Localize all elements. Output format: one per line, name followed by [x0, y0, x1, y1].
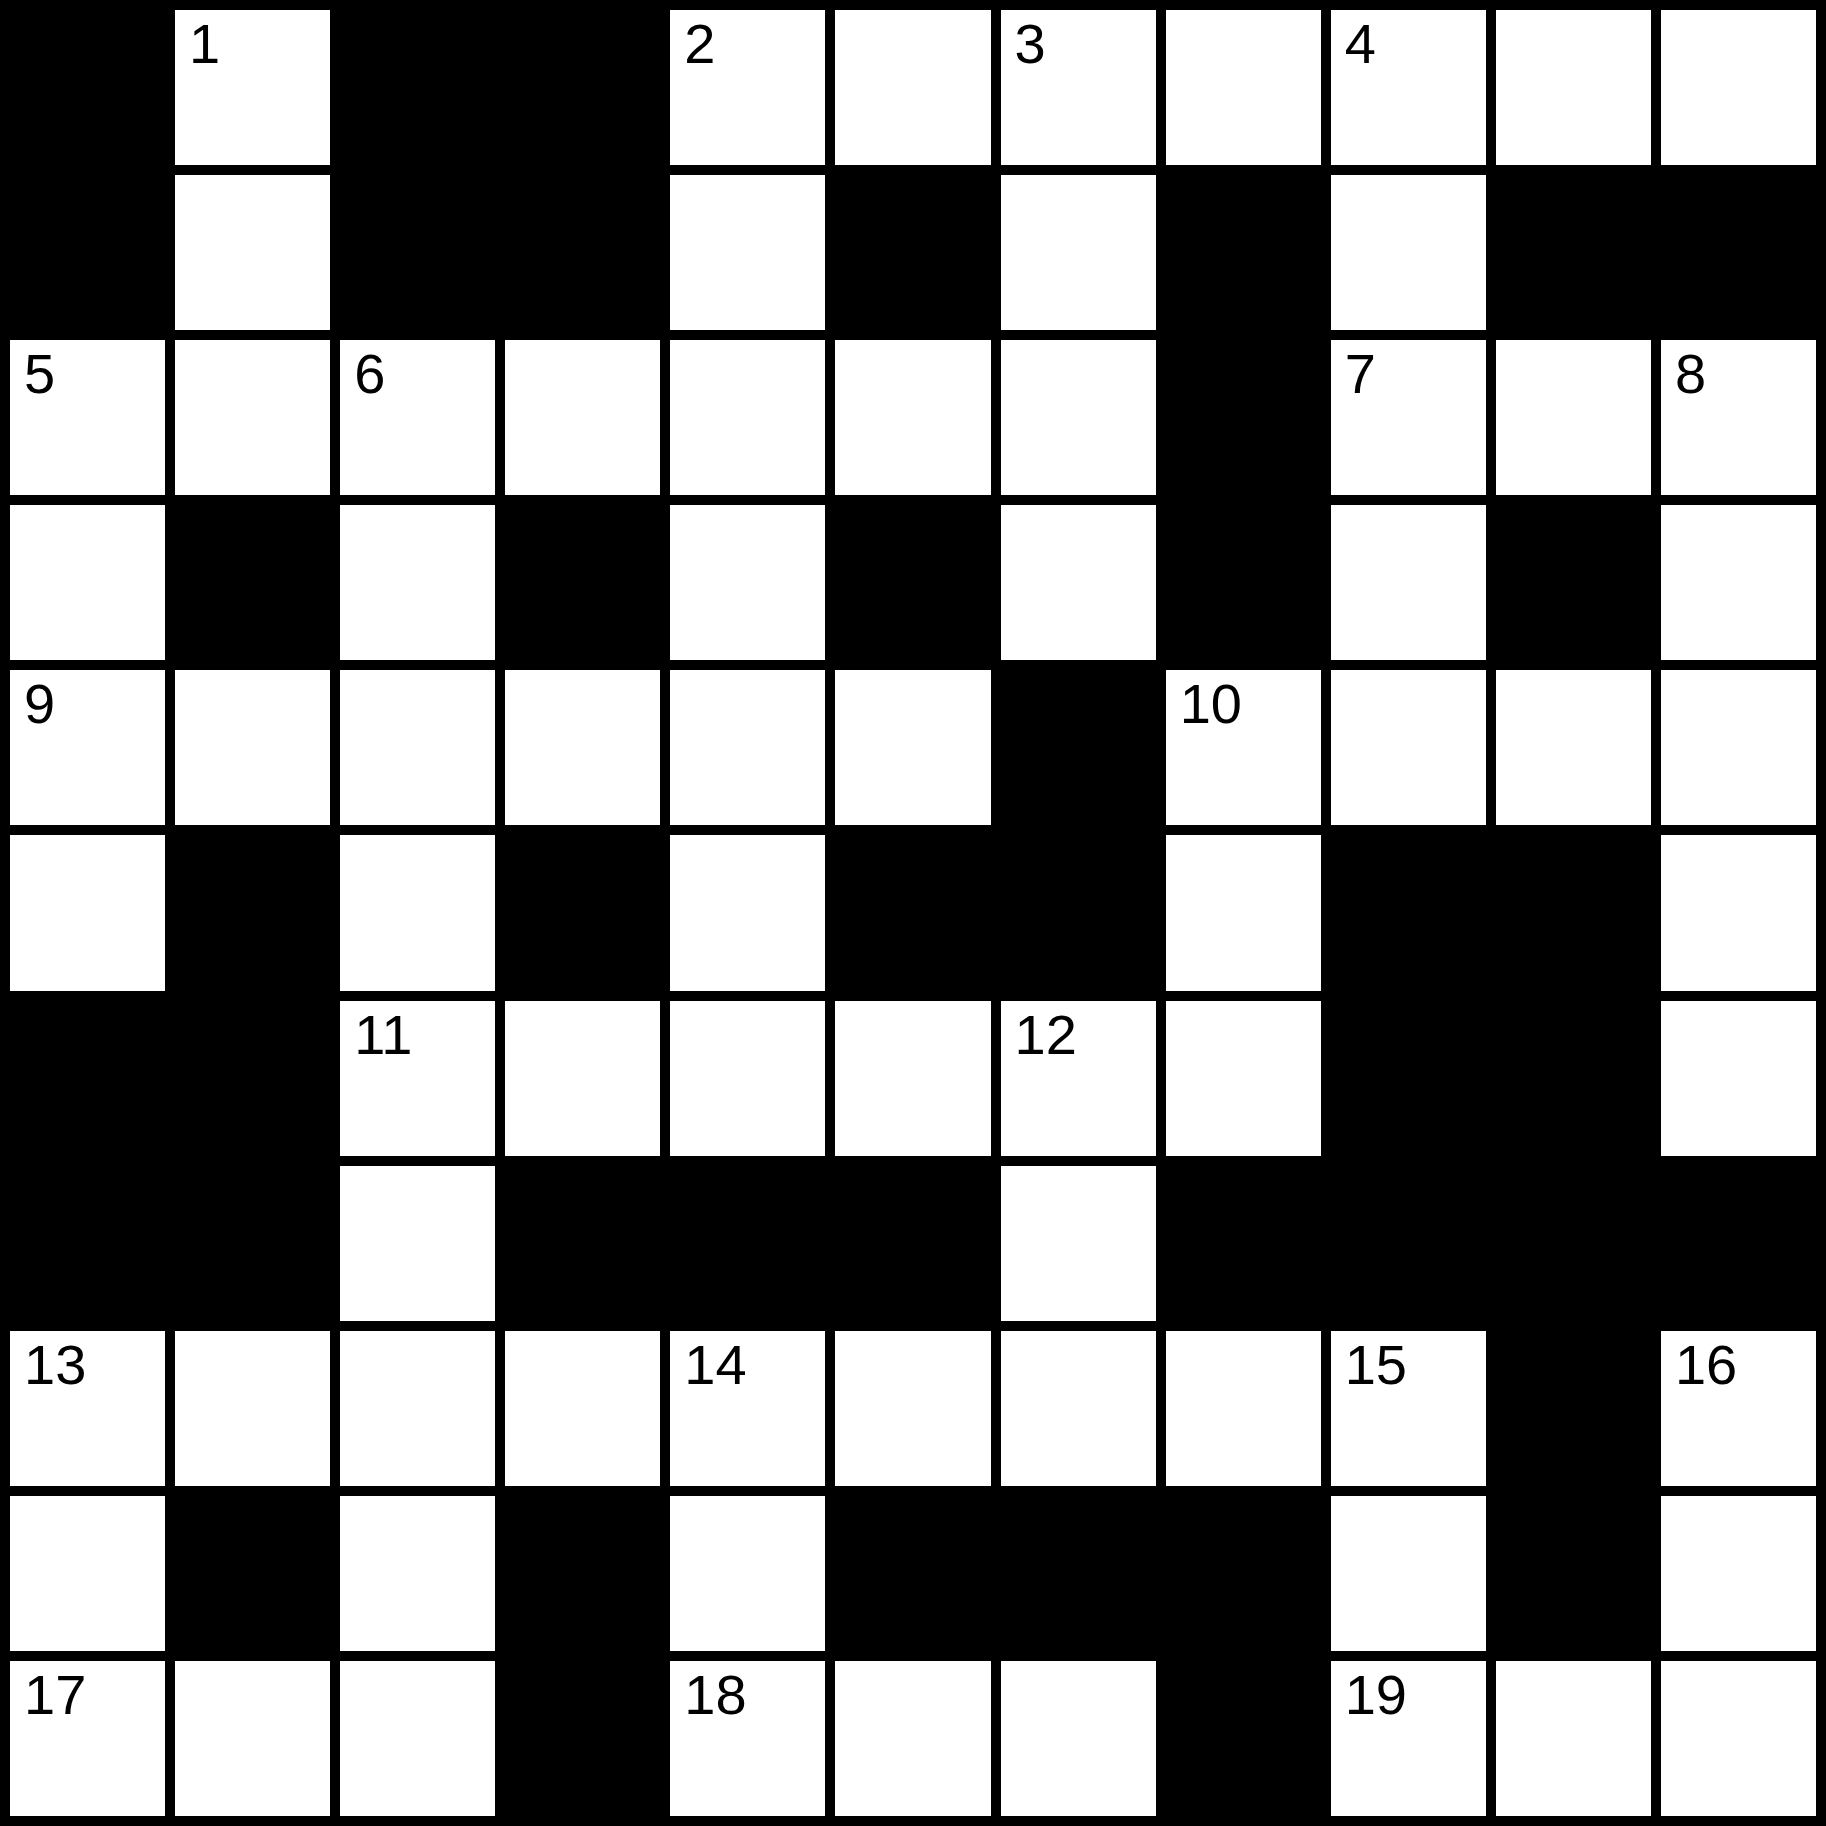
- white-cell[interactable]: 9: [10, 670, 165, 825]
- clue-number: 5: [24, 345, 55, 404]
- clue-number: 16: [1675, 1336, 1737, 1395]
- white-cell[interactable]: [1661, 1001, 1816, 1156]
- white-cell[interactable]: [1331, 670, 1486, 825]
- white-cell[interactable]: [835, 670, 990, 825]
- black-cell: [1331, 1001, 1486, 1156]
- black-cell: [1496, 1001, 1651, 1156]
- white-cell[interactable]: [670, 1001, 825, 1156]
- black-cell: [835, 1166, 990, 1321]
- clue-number: 17: [24, 1666, 86, 1725]
- black-cell: [1331, 835, 1486, 990]
- white-cell[interactable]: [175, 670, 330, 825]
- white-cell[interactable]: 12: [1001, 1001, 1156, 1156]
- white-cell[interactable]: [835, 1331, 990, 1486]
- white-cell[interactable]: [505, 340, 660, 495]
- white-cell[interactable]: [1331, 175, 1486, 330]
- white-cell[interactable]: [505, 1001, 660, 1156]
- black-cell: [1496, 1496, 1651, 1651]
- black-cell: [1331, 1166, 1486, 1321]
- white-cell[interactable]: [1001, 1661, 1156, 1816]
- clue-number: 9: [24, 675, 55, 734]
- black-cell: [1496, 1166, 1651, 1321]
- clue-number: 11: [354, 1006, 412, 1065]
- clue-number: 15: [1345, 1336, 1407, 1395]
- clue-number: 7: [1345, 345, 1376, 404]
- white-cell[interactable]: [340, 505, 495, 660]
- white-cell[interactable]: 11: [340, 1001, 495, 1156]
- white-cell[interactable]: [1661, 1496, 1816, 1651]
- white-cell[interactable]: [1001, 175, 1156, 330]
- white-cell[interactable]: [505, 670, 660, 825]
- black-cell: [1166, 505, 1321, 660]
- clue-number: 18: [684, 1666, 746, 1725]
- white-cell[interactable]: [340, 1331, 495, 1486]
- white-cell[interactable]: [1166, 1331, 1321, 1486]
- white-cell[interactable]: [1496, 10, 1651, 165]
- white-cell[interactable]: 10: [1166, 670, 1321, 825]
- white-cell[interactable]: 8: [1661, 340, 1816, 495]
- white-cell[interactable]: [1496, 1661, 1651, 1816]
- clue-number: 3: [1015, 15, 1046, 74]
- black-cell: [340, 175, 495, 330]
- black-cell: [175, 1496, 330, 1651]
- black-cell: [1496, 505, 1651, 660]
- white-cell[interactable]: [835, 1001, 990, 1156]
- white-cell[interactable]: 3: [1001, 10, 1156, 165]
- black-cell: [505, 835, 660, 990]
- clue-number: 2: [684, 15, 715, 74]
- clue-number: 14: [684, 1336, 746, 1395]
- black-cell: [175, 835, 330, 990]
- white-cell[interactable]: 13: [10, 1331, 165, 1486]
- white-cell[interactable]: 6: [340, 340, 495, 495]
- black-cell: [505, 175, 660, 330]
- white-cell[interactable]: [340, 1166, 495, 1321]
- white-cell[interactable]: 1: [175, 10, 330, 165]
- black-cell: [1166, 1661, 1321, 1816]
- white-cell[interactable]: 7: [1331, 340, 1486, 495]
- white-cell[interactable]: 2: [670, 10, 825, 165]
- black-cell: [1661, 175, 1816, 330]
- black-cell: [340, 10, 495, 165]
- black-cell: [505, 1166, 660, 1321]
- white-cell[interactable]: [1166, 835, 1321, 990]
- white-cell[interactable]: [835, 10, 990, 165]
- black-cell: [505, 1496, 660, 1651]
- white-cell[interactable]: [1661, 10, 1816, 165]
- white-cell[interactable]: [175, 340, 330, 495]
- white-cell[interactable]: [1661, 1661, 1816, 1816]
- white-cell[interactable]: [1001, 1166, 1156, 1321]
- black-cell: [1166, 1496, 1321, 1651]
- white-cell[interactable]: 17: [10, 1661, 165, 1816]
- white-cell[interactable]: [340, 1661, 495, 1816]
- white-cell[interactable]: [670, 340, 825, 495]
- black-cell: [670, 1166, 825, 1321]
- white-cell[interactable]: [1331, 1496, 1486, 1651]
- black-cell: [505, 10, 660, 165]
- black-cell: [1496, 175, 1651, 330]
- clue-number: 1: [189, 15, 220, 74]
- white-cell[interactable]: [670, 1496, 825, 1651]
- black-cell: [835, 1496, 990, 1651]
- black-cell: [175, 1166, 330, 1321]
- black-cell: [1166, 1166, 1321, 1321]
- white-cell[interactable]: 18: [670, 1661, 825, 1816]
- white-cell[interactable]: [1001, 1331, 1156, 1486]
- white-cell[interactable]: 5: [10, 340, 165, 495]
- white-cell[interactable]: [10, 505, 165, 660]
- black-cell: [1001, 1496, 1156, 1651]
- white-cell[interactable]: [1661, 670, 1816, 825]
- white-cell[interactable]: [10, 1496, 165, 1651]
- black-cell: [10, 10, 165, 165]
- white-cell[interactable]: [340, 835, 495, 990]
- white-cell[interactable]: [175, 1661, 330, 1816]
- white-cell[interactable]: 16: [1661, 1331, 1816, 1486]
- clue-number: 8: [1675, 345, 1706, 404]
- black-cell: [10, 175, 165, 330]
- white-cell[interactable]: [1001, 340, 1156, 495]
- black-cell: [1661, 1166, 1816, 1321]
- black-cell: [10, 1166, 165, 1321]
- white-cell[interactable]: [1661, 505, 1816, 660]
- black-cell: [1496, 835, 1651, 990]
- white-cell[interactable]: [835, 340, 990, 495]
- white-cell[interactable]: [1001, 505, 1156, 660]
- black-cell: [1001, 835, 1156, 990]
- black-cell: [505, 1661, 660, 1816]
- clue-number: 4: [1345, 15, 1376, 74]
- white-cell[interactable]: 4: [1331, 10, 1486, 165]
- black-cell: [175, 1001, 330, 1156]
- black-cell: [1166, 175, 1321, 330]
- clue-number: 12: [1015, 1006, 1077, 1065]
- white-cell[interactable]: [505, 1331, 660, 1486]
- white-cell[interactable]: [1166, 1001, 1321, 1156]
- crossword-board: 12345678910111213141516171819: [0, 0, 1826, 1826]
- white-cell[interactable]: [670, 835, 825, 990]
- white-cell[interactable]: [1166, 10, 1321, 165]
- black-cell: [505, 505, 660, 660]
- clue-number: 6: [354, 345, 385, 404]
- white-cell[interactable]: [670, 670, 825, 825]
- black-cell: [175, 505, 330, 660]
- black-cell: [10, 1001, 165, 1156]
- white-cell[interactable]: [670, 505, 825, 660]
- white-cell[interactable]: [175, 175, 330, 330]
- clue-number: 19: [1345, 1666, 1407, 1725]
- clue-number: 10: [1180, 675, 1242, 734]
- white-cell[interactable]: 19: [1331, 1661, 1486, 1816]
- white-cell[interactable]: 14: [670, 1331, 825, 1486]
- white-cell[interactable]: [340, 1496, 495, 1651]
- white-cell[interactable]: [670, 175, 825, 330]
- black-cell: [1001, 670, 1156, 825]
- white-cell[interactable]: [175, 1331, 330, 1486]
- white-cell[interactable]: 15: [1331, 1331, 1486, 1486]
- black-cell: [835, 175, 990, 330]
- white-cell[interactable]: [1331, 505, 1486, 660]
- black-cell: [835, 505, 990, 660]
- white-cell[interactable]: [1661, 835, 1816, 990]
- black-cell: [1166, 340, 1321, 495]
- white-cell[interactable]: [1496, 340, 1651, 495]
- black-cell: [1496, 1331, 1651, 1486]
- white-cell[interactable]: [1496, 670, 1651, 825]
- white-cell[interactable]: [835, 1661, 990, 1816]
- white-cell[interactable]: [340, 670, 495, 825]
- clue-number: 13: [24, 1336, 86, 1395]
- white-cell[interactable]: [10, 835, 165, 990]
- black-cell: [835, 835, 990, 990]
